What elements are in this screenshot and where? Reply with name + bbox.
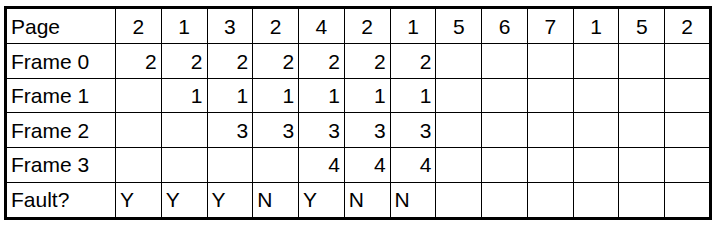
table-row-frame-3: Frame 3444 <box>6 148 711 183</box>
cell-r5-c6: N <box>390 182 436 218</box>
cell-r4-c6: 4 <box>390 148 436 183</box>
cell-r0-c2: 3 <box>207 8 253 44</box>
table-row-frame-0: Frame 02222222 <box>6 44 711 79</box>
row-label: Page <box>6 8 116 44</box>
row-label: Frame 2 <box>6 113 116 148</box>
cell-r2-c9 <box>527 78 573 113</box>
cell-r1-c12 <box>665 44 711 79</box>
cell-r2-c4: 1 <box>299 78 345 113</box>
cell-r0-c9: 7 <box>527 8 573 44</box>
cell-r1-c10 <box>573 44 619 79</box>
cell-r5-c4: Y <box>299 182 345 218</box>
cell-r0-c7: 5 <box>436 8 482 44</box>
cell-r4-c11 <box>619 148 665 183</box>
cell-r0-c5: 2 <box>344 8 390 44</box>
cell-r5-c1: Y <box>161 182 207 218</box>
cell-r0-c3: 2 <box>253 8 299 44</box>
cell-r4-c4: 4 <box>299 148 345 183</box>
cell-r1-c4: 2 <box>299 44 345 79</box>
row-label: Frame 0 <box>6 44 116 79</box>
row-label: Fault? <box>6 182 116 218</box>
cell-r2-c12 <box>665 78 711 113</box>
table-row-frame-1: Frame 1111111 <box>6 78 711 113</box>
cell-r0-c1: 1 <box>161 8 207 44</box>
cell-r0-c0: 2 <box>116 8 162 44</box>
cell-r1-c8 <box>482 44 528 79</box>
cell-r4-c1 <box>161 148 207 183</box>
cell-r2-c10 <box>573 78 619 113</box>
cell-r2-c2: 1 <box>207 78 253 113</box>
cell-r1-c2: 2 <box>207 44 253 79</box>
cell-r5-c2: Y <box>207 182 253 218</box>
cell-r3-c0 <box>116 113 162 148</box>
cell-r0-c11: 5 <box>619 8 665 44</box>
cell-r0-c12: 2 <box>665 8 711 44</box>
cell-r4-c5: 4 <box>344 148 390 183</box>
cell-r2-c1: 1 <box>161 78 207 113</box>
cell-r1-c0: 2 <box>116 44 162 79</box>
cell-r1-c7 <box>436 44 482 79</box>
cell-r3-c9 <box>527 113 573 148</box>
cell-r5-c7 <box>436 182 482 218</box>
cell-r4-c2 <box>207 148 253 183</box>
cell-r1-c5: 2 <box>344 44 390 79</box>
cell-r2-c7 <box>436 78 482 113</box>
trace-table-body: Page2132421567152Frame 02222222Frame 111… <box>6 8 711 219</box>
cell-r0-c8: 6 <box>482 8 528 44</box>
cell-r5-c5: N <box>344 182 390 218</box>
cell-r2-c5: 1 <box>344 78 390 113</box>
table-row-fault-: Fault?YYYNYNN <box>6 182 711 218</box>
table-row-page: Page2132421567152 <box>6 8 711 44</box>
cell-r5-c12 <box>665 182 711 218</box>
cell-r1-c1: 2 <box>161 44 207 79</box>
cell-r4-c12 <box>665 148 711 183</box>
cell-r5-c10 <box>573 182 619 218</box>
cell-r1-c6: 2 <box>390 44 436 79</box>
cell-r4-c0 <box>116 148 162 183</box>
row-label: Frame 1 <box>6 78 116 113</box>
cell-r3-c6: 3 <box>390 113 436 148</box>
cell-r5-c8 <box>482 182 528 218</box>
cell-r1-c9 <box>527 44 573 79</box>
cell-r4-c9 <box>527 148 573 183</box>
cell-r5-c9 <box>527 182 573 218</box>
cell-r3-c5: 3 <box>344 113 390 148</box>
cell-r4-c7 <box>436 148 482 183</box>
cell-r2-c8 <box>482 78 528 113</box>
cell-r3-c2: 3 <box>207 113 253 148</box>
cell-r4-c10 <box>573 148 619 183</box>
cell-r4-c3 <box>253 148 299 183</box>
cell-r3-c8 <box>482 113 528 148</box>
table-row-frame-2: Frame 233333 <box>6 113 711 148</box>
cell-r3-c7 <box>436 113 482 148</box>
page-replacement-worksheet: Page2132421567152Frame 02222222Frame 111… <box>0 0 723 226</box>
cell-r5-c0: Y <box>116 182 162 218</box>
cell-r1-c3: 2 <box>253 44 299 79</box>
cell-r2-c6: 1 <box>390 78 436 113</box>
cell-r3-c12 <box>665 113 711 148</box>
cell-r0-c6: 1 <box>390 8 436 44</box>
row-label: Frame 3 <box>6 148 116 183</box>
cell-r5-c3: N <box>253 182 299 218</box>
cell-r4-c8 <box>482 148 528 183</box>
cell-r0-c4: 4 <box>299 8 345 44</box>
cell-r0-c10: 1 <box>573 8 619 44</box>
cell-r2-c0 <box>116 78 162 113</box>
cell-r2-c3: 1 <box>253 78 299 113</box>
cell-r5-c11 <box>619 182 665 218</box>
cell-r2-c11 <box>619 78 665 113</box>
trace-table: Page2132421567152Frame 02222222Frame 111… <box>4 6 712 220</box>
cell-r3-c3: 3 <box>253 113 299 148</box>
cell-r3-c10 <box>573 113 619 148</box>
cell-r1-c11 <box>619 44 665 79</box>
cell-r3-c1 <box>161 113 207 148</box>
cell-r3-c4: 3 <box>299 113 345 148</box>
cell-r3-c11 <box>619 113 665 148</box>
